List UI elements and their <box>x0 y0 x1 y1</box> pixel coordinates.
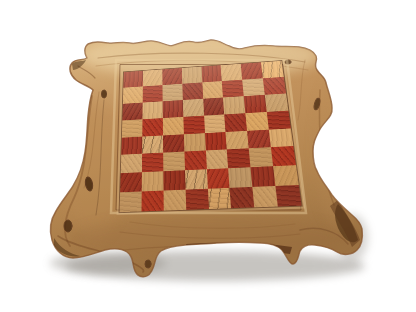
board-square <box>241 62 263 79</box>
board-square <box>228 167 252 188</box>
board-square <box>263 77 286 95</box>
board-square <box>207 188 231 209</box>
board-square <box>182 67 202 84</box>
board-square <box>141 191 163 212</box>
board-square <box>244 95 267 113</box>
board-square <box>273 165 299 186</box>
board-square <box>120 192 142 213</box>
board-square <box>184 133 206 152</box>
board-square <box>185 169 208 189</box>
board-square <box>226 130 249 149</box>
board-square <box>205 150 228 170</box>
board-square <box>265 93 288 111</box>
board-square <box>162 84 182 101</box>
board-square <box>261 61 284 78</box>
board-square <box>267 110 291 129</box>
board-square <box>269 128 293 147</box>
board-square <box>249 147 273 167</box>
board-square <box>121 154 142 173</box>
board-square <box>271 146 296 166</box>
board-square <box>247 129 271 148</box>
board-square <box>163 152 185 172</box>
board-square <box>183 115 205 134</box>
board-square <box>203 97 225 115</box>
board-square <box>184 151 206 171</box>
board-square <box>123 86 143 103</box>
board-square <box>142 153 163 173</box>
board-square <box>230 187 255 208</box>
board-square <box>223 96 245 114</box>
board-square <box>221 64 242 81</box>
board-square <box>204 114 226 133</box>
board-square <box>162 68 182 85</box>
board-square <box>182 99 203 117</box>
board-square <box>143 69 163 86</box>
board-square <box>242 78 264 96</box>
product-photo <box>0 0 416 312</box>
board-square <box>222 80 244 98</box>
board-square <box>205 132 228 151</box>
board-square <box>142 101 162 119</box>
board-square <box>142 171 164 191</box>
board-square <box>185 189 208 210</box>
board-square <box>163 170 185 190</box>
board-square <box>122 102 142 120</box>
board-square <box>122 119 143 137</box>
chess-board <box>120 61 302 212</box>
board-square <box>123 71 143 88</box>
board-square <box>202 81 223 99</box>
board-square <box>142 118 163 136</box>
board-square <box>246 112 269 131</box>
board-square <box>120 172 142 192</box>
board-square <box>201 65 222 82</box>
board-square <box>253 186 278 207</box>
board-square <box>251 166 276 187</box>
board-square <box>206 168 229 188</box>
board-square <box>163 117 184 135</box>
board-square <box>182 82 203 100</box>
board-square <box>224 113 247 132</box>
board-square <box>163 190 186 211</box>
board-square <box>163 134 184 153</box>
board-square <box>162 100 183 118</box>
board-square <box>276 185 302 206</box>
board-square <box>142 135 163 154</box>
board-square <box>227 149 251 169</box>
board-square <box>121 136 142 155</box>
board-square <box>143 85 163 102</box>
